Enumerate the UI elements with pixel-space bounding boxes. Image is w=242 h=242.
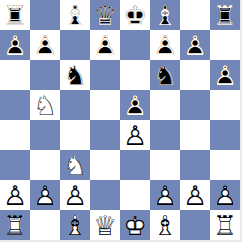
square-f5[interactable] — [150, 90, 180, 120]
piece-fill-layer: ♝ — [60, 210, 90, 240]
square-e7[interactable] — [120, 30, 150, 60]
square-a4[interactable] — [0, 120, 30, 150]
piece-fill-layer: ♞ — [60, 60, 90, 90]
piece-outline-layer: ♘ — [60, 150, 90, 180]
square-a6[interactable] — [0, 60, 30, 90]
piece-black-pawn: ♟♙ — [210, 60, 240, 90]
square-h7[interactable] — [210, 30, 240, 60]
piece-black-rook: ♜♖ — [0, 0, 30, 30]
square-d6[interactable] — [90, 60, 120, 90]
square-c5[interactable] — [60, 90, 90, 120]
piece-outline-layer: ♘ — [60, 60, 90, 90]
piece-outline-layer: ♙ — [120, 90, 150, 120]
piece-fill-layer: ♟ — [60, 180, 90, 210]
piece-black-pawn: ♟♙ — [30, 30, 60, 60]
piece-outline-layer: ♗ — [150, 0, 180, 30]
piece-outline-layer: ♔ — [120, 210, 150, 240]
square-a5[interactable] — [0, 90, 30, 120]
piece-white-pawn: ♟♙ — [0, 180, 30, 210]
piece-outline-layer: ♗ — [150, 210, 180, 240]
square-b8[interactable] — [30, 0, 60, 30]
square-b4[interactable] — [30, 120, 60, 150]
piece-outline-layer: ♗ — [60, 210, 90, 240]
square-f1[interactable]: ♝♗ — [150, 210, 180, 240]
piece-black-knight: ♞♘ — [150, 60, 180, 90]
piece-black-rook: ♜♖ — [210, 0, 240, 30]
square-c7[interactable] — [60, 30, 90, 60]
piece-fill-layer: ♞ — [30, 90, 60, 120]
square-c4[interactable] — [60, 120, 90, 150]
piece-fill-layer: ♝ — [150, 0, 180, 30]
square-f4[interactable] — [150, 120, 180, 150]
piece-black-pawn: ♟♙ — [120, 90, 150, 120]
square-b7[interactable]: ♟♙ — [30, 30, 60, 60]
square-b2[interactable]: ♟♙ — [30, 180, 60, 210]
piece-fill-layer: ♟ — [180, 30, 210, 60]
piece-fill-layer: ♟ — [0, 30, 30, 60]
piece-black-queen: ♛♕ — [90, 0, 120, 30]
square-d2[interactable] — [90, 180, 120, 210]
piece-fill-layer: ♜ — [210, 0, 240, 30]
piece-outline-layer: ♙ — [30, 30, 60, 60]
square-g7[interactable]: ♟♙ — [180, 30, 210, 60]
piece-black-pawn: ♟♙ — [180, 30, 210, 60]
piece-outline-layer: ♕ — [90, 0, 120, 30]
piece-outline-layer: ♗ — [60, 0, 90, 30]
square-e3[interactable] — [120, 150, 150, 180]
square-e1[interactable]: ♚♔ — [120, 210, 150, 240]
square-h6[interactable]: ♟♙ — [210, 60, 240, 90]
piece-white-bishop: ♝♗ — [60, 210, 90, 240]
chess-board: ♜♖♝♗♛♕♚♔♝♗♜♖♟♙♟♙♟♙♟♙♟♙♞♘♞♘♟♙♞♘♟♙♟♙♞♘♟♙♟♙… — [0, 0, 240, 240]
piece-black-bishop: ♝♗ — [60, 0, 90, 30]
square-f8[interactable]: ♝♗ — [150, 0, 180, 30]
square-e4[interactable]: ♟♙ — [120, 120, 150, 150]
piece-outline-layer: ♙ — [180, 30, 210, 60]
square-g2[interactable]: ♟♙ — [180, 180, 210, 210]
piece-outline-layer: ♖ — [210, 210, 240, 240]
square-c1[interactable]: ♝♗ — [60, 210, 90, 240]
piece-fill-layer: ♟ — [90, 30, 120, 60]
piece-outline-layer: ♖ — [0, 210, 30, 240]
square-g4[interactable] — [180, 120, 210, 150]
piece-fill-layer: ♟ — [120, 120, 150, 150]
piece-fill-layer: ♛ — [90, 0, 120, 30]
piece-fill-layer: ♚ — [120, 0, 150, 30]
piece-white-king: ♚♔ — [120, 210, 150, 240]
square-a8[interactable]: ♜♖ — [0, 0, 30, 30]
piece-white-knight: ♞♘ — [60, 150, 90, 180]
piece-white-bishop: ♝♗ — [150, 210, 180, 240]
square-b5[interactable]: ♞♘ — [30, 90, 60, 120]
square-h1[interactable]: ♜♖ — [210, 210, 240, 240]
square-e8[interactable]: ♚♔ — [120, 0, 150, 30]
piece-outline-layer: ♙ — [120, 120, 150, 150]
square-c2[interactable]: ♟♙ — [60, 180, 90, 210]
square-h4[interactable] — [210, 120, 240, 150]
piece-fill-layer: ♟ — [180, 180, 210, 210]
square-c8[interactable]: ♝♗ — [60, 0, 90, 30]
square-h2[interactable]: ♟♙ — [210, 180, 240, 210]
square-d3[interactable] — [90, 150, 120, 180]
piece-fill-layer: ♜ — [0, 0, 30, 30]
piece-white-pawn: ♟♙ — [150, 180, 180, 210]
piece-outline-layer: ♘ — [30, 90, 60, 120]
piece-outline-layer: ♙ — [0, 180, 30, 210]
piece-outline-layer: ♕ — [90, 210, 120, 240]
piece-outline-layer: ♙ — [150, 30, 180, 60]
piece-fill-layer: ♛ — [90, 210, 120, 240]
piece-black-bishop: ♝♗ — [150, 0, 180, 30]
piece-outline-layer: ♙ — [210, 180, 240, 210]
square-d1[interactable]: ♛♕ — [90, 210, 120, 240]
square-b1[interactable] — [30, 210, 60, 240]
piece-outline-layer: ♙ — [0, 30, 30, 60]
piece-outline-layer: ♙ — [150, 180, 180, 210]
square-e5[interactable]: ♟♙ — [120, 90, 150, 120]
piece-fill-layer: ♝ — [150, 210, 180, 240]
piece-outline-layer: ♙ — [180, 180, 210, 210]
piece-fill-layer: ♟ — [0, 180, 30, 210]
piece-fill-layer: ♜ — [0, 210, 30, 240]
square-d7[interactable]: ♟♙ — [90, 30, 120, 60]
square-d5[interactable] — [90, 90, 120, 120]
piece-black-pawn: ♟♙ — [0, 30, 30, 60]
piece-outline-layer: ♘ — [150, 60, 180, 90]
piece-white-rook: ♜♖ — [0, 210, 30, 240]
piece-fill-layer: ♟ — [30, 180, 60, 210]
chess-app-page: ♜♖♝♗♛♕♚♔♝♗♜♖♟♙♟♙♟♙♟♙♟♙♞♘♞♘♟♙♞♘♟♙♟♙♞♘♟♙♟♙… — [0, 0, 242, 242]
piece-outline-layer: ♖ — [210, 0, 240, 30]
square-d4[interactable] — [90, 120, 120, 150]
piece-white-knight: ♞♘ — [30, 90, 60, 120]
square-g1[interactable] — [180, 210, 210, 240]
piece-black-knight: ♞♘ — [60, 60, 90, 90]
square-c6[interactable]: ♞♘ — [60, 60, 90, 90]
piece-fill-layer: ♟ — [30, 30, 60, 60]
square-a1[interactable]: ♜♖ — [0, 210, 30, 240]
piece-fill-layer: ♚ — [120, 210, 150, 240]
piece-fill-layer: ♟ — [210, 60, 240, 90]
piece-fill-layer: ♟ — [150, 180, 180, 210]
piece-white-pawn: ♟♙ — [120, 120, 150, 150]
square-a2[interactable]: ♟♙ — [0, 180, 30, 210]
square-d8[interactable]: ♛♕ — [90, 0, 120, 30]
piece-white-pawn: ♟♙ — [210, 180, 240, 210]
square-g3[interactable] — [180, 150, 210, 180]
square-h3[interactable] — [210, 150, 240, 180]
piece-fill-layer: ♟ — [120, 90, 150, 120]
piece-black-pawn: ♟♙ — [90, 30, 120, 60]
piece-outline-layer: ♙ — [30, 180, 60, 210]
piece-fill-layer: ♟ — [210, 180, 240, 210]
square-h8[interactable]: ♜♖ — [210, 0, 240, 30]
piece-black-pawn: ♟♙ — [150, 30, 180, 60]
piece-black-king: ♚♔ — [120, 0, 150, 30]
square-e6[interactable] — [120, 60, 150, 90]
square-g6[interactable] — [180, 60, 210, 90]
piece-fill-layer: ♝ — [60, 0, 90, 30]
piece-outline-layer: ♙ — [60, 180, 90, 210]
piece-fill-layer: ♟ — [150, 30, 180, 60]
piece-white-rook: ♜♖ — [210, 210, 240, 240]
square-e2[interactable] — [120, 180, 150, 210]
square-f3[interactable] — [150, 150, 180, 180]
square-f7[interactable]: ♟♙ — [150, 30, 180, 60]
piece-outline-layer: ♙ — [210, 60, 240, 90]
piece-outline-layer: ♙ — [90, 30, 120, 60]
piece-white-pawn: ♟♙ — [30, 180, 60, 210]
piece-fill-layer: ♞ — [60, 150, 90, 180]
square-h5[interactable] — [210, 90, 240, 120]
square-a7[interactable]: ♟♙ — [0, 30, 30, 60]
piece-fill-layer: ♜ — [210, 210, 240, 240]
square-a3[interactable] — [0, 150, 30, 180]
square-b3[interactable] — [30, 150, 60, 180]
piece-outline-layer: ♔ — [120, 0, 150, 30]
square-g5[interactable] — [180, 90, 210, 120]
square-f6[interactable]: ♞♘ — [150, 60, 180, 90]
piece-fill-layer: ♞ — [150, 60, 180, 90]
piece-white-queen: ♛♕ — [90, 210, 120, 240]
piece-white-pawn: ♟♙ — [60, 180, 90, 210]
square-f2[interactable]: ♟♙ — [150, 180, 180, 210]
piece-outline-layer: ♖ — [0, 0, 30, 30]
square-c3[interactable]: ♞♘ — [60, 150, 90, 180]
piece-white-pawn: ♟♙ — [180, 180, 210, 210]
square-g8[interactable] — [180, 0, 210, 30]
square-b6[interactable] — [30, 60, 60, 90]
